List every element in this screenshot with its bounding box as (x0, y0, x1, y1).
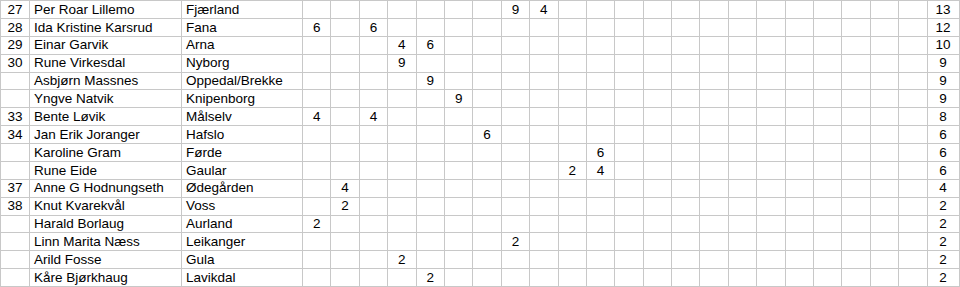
score-cell[interactable] (757, 198, 785, 216)
score-cell[interactable] (899, 233, 927, 251)
rank-cell[interactable] (1, 233, 30, 251)
score-cell[interactable] (417, 1, 445, 19)
score-cell[interactable] (559, 180, 587, 198)
score-cell[interactable] (644, 1, 672, 19)
score-cell[interactable] (417, 162, 445, 180)
score-cell[interactable] (729, 269, 757, 287)
score-cell[interactable] (700, 108, 728, 126)
score-cell[interactable] (644, 126, 672, 144)
score-cell[interactable] (899, 198, 927, 216)
score-cell[interactable] (303, 90, 331, 108)
score-cell[interactable] (303, 55, 331, 73)
total-cell[interactable]: 8 (928, 108, 960, 126)
score-cell[interactable] (445, 198, 473, 216)
score-cell[interactable] (700, 180, 728, 198)
score-cell[interactable]: 4 (530, 1, 558, 19)
score-cell[interactable] (871, 108, 899, 126)
score-cell[interactable] (899, 180, 927, 198)
score-cell[interactable] (360, 37, 388, 55)
score-cell[interactable] (871, 19, 899, 37)
score-cell[interactable] (559, 1, 587, 19)
score-cell[interactable] (502, 216, 530, 234)
score-cell[interactable] (644, 162, 672, 180)
score-cell[interactable] (871, 126, 899, 144)
score-cell[interactable] (729, 180, 757, 198)
score-cell[interactable] (814, 198, 842, 216)
score-cell[interactable]: 2 (559, 162, 587, 180)
name-cell[interactable]: Harald Borlaug (30, 216, 182, 234)
score-cell[interactable] (700, 198, 728, 216)
score-cell[interactable] (388, 180, 416, 198)
score-cell[interactable] (587, 108, 615, 126)
score-cell[interactable] (729, 37, 757, 55)
score-cell[interactable] (303, 198, 331, 216)
score-cell[interactable] (445, 19, 473, 37)
score-cell[interactable] (729, 198, 757, 216)
club-cell[interactable]: Fana (182, 19, 303, 37)
score-cell[interactable] (530, 19, 558, 37)
score-cell[interactable] (303, 251, 331, 269)
club-cell[interactable]: Lavikdal (182, 269, 303, 287)
score-cell[interactable] (615, 55, 643, 73)
score-cell[interactable]: 9 (445, 90, 473, 108)
name-cell[interactable]: Linn Marita Næss (30, 233, 182, 251)
score-cell[interactable] (388, 144, 416, 162)
score-cell[interactable] (672, 216, 700, 234)
club-cell[interactable]: Nyborg (182, 55, 303, 73)
score-cell[interactable] (530, 216, 558, 234)
score-cell[interactable] (473, 144, 501, 162)
score-cell[interactable] (502, 19, 530, 37)
score-cell[interactable] (842, 37, 870, 55)
score-cell[interactable] (360, 144, 388, 162)
score-cell[interactable] (388, 108, 416, 126)
score-cell[interactable] (587, 37, 615, 55)
score-cell[interactable] (615, 198, 643, 216)
score-cell[interactable] (871, 162, 899, 180)
club-cell[interactable]: Målselv (182, 108, 303, 126)
score-cell[interactable] (559, 37, 587, 55)
score-cell[interactable] (899, 73, 927, 91)
score-cell[interactable] (360, 251, 388, 269)
score-cell[interactable] (871, 251, 899, 269)
score-cell[interactable] (417, 198, 445, 216)
score-cell[interactable]: 6 (303, 19, 331, 37)
score-cell[interactable] (871, 73, 899, 91)
score-cell[interactable]: 4 (587, 162, 615, 180)
score-cell[interactable] (303, 269, 331, 287)
score-cell[interactable]: 2 (303, 216, 331, 234)
score-cell[interactable] (360, 233, 388, 251)
rank-cell[interactable] (1, 162, 30, 180)
score-cell[interactable] (445, 108, 473, 126)
score-cell[interactable] (899, 19, 927, 37)
score-cell[interactable] (388, 216, 416, 234)
score-cell[interactable] (700, 126, 728, 144)
score-cell[interactable] (700, 1, 728, 19)
score-cell[interactable] (559, 108, 587, 126)
score-cell[interactable] (814, 144, 842, 162)
score-cell[interactable] (360, 162, 388, 180)
score-cell[interactable] (700, 162, 728, 180)
score-cell[interactable] (331, 162, 359, 180)
score-cell[interactable] (445, 1, 473, 19)
score-cell[interactable] (587, 55, 615, 73)
score-cell[interactable] (587, 233, 615, 251)
score-cell[interactable] (445, 269, 473, 287)
score-cell[interactable] (445, 251, 473, 269)
score-cell[interactable] (700, 37, 728, 55)
club-cell[interactable]: Ødegården (182, 180, 303, 198)
score-cell[interactable] (757, 37, 785, 55)
total-cell[interactable]: 2 (928, 216, 960, 234)
score-cell[interactable] (473, 180, 501, 198)
score-cell[interactable] (842, 1, 870, 19)
score-cell[interactable] (786, 19, 814, 37)
score-cell[interactable]: 6 (587, 144, 615, 162)
score-cell[interactable] (672, 90, 700, 108)
score-cell[interactable] (360, 269, 388, 287)
score-cell[interactable] (445, 216, 473, 234)
score-cell[interactable] (871, 233, 899, 251)
score-cell[interactable] (360, 73, 388, 91)
score-cell[interactable] (473, 198, 501, 216)
rank-cell[interactable] (1, 216, 30, 234)
score-cell[interactable] (445, 180, 473, 198)
name-cell[interactable]: Arild Fosse (30, 251, 182, 269)
score-cell[interactable] (786, 269, 814, 287)
score-cell[interactable] (786, 37, 814, 55)
score-cell[interactable] (786, 180, 814, 198)
rank-cell[interactable]: 37 (1, 180, 30, 198)
score-cell[interactable] (388, 19, 416, 37)
score-cell[interactable]: 6 (473, 126, 501, 144)
score-cell[interactable] (899, 1, 927, 19)
score-cell[interactable] (729, 19, 757, 37)
score-cell[interactable] (672, 73, 700, 91)
score-cell[interactable] (814, 90, 842, 108)
rank-cell[interactable] (1, 73, 30, 91)
score-cell[interactable] (587, 269, 615, 287)
score-cell[interactable] (587, 251, 615, 269)
score-cell[interactable] (473, 1, 501, 19)
score-cell[interactable] (473, 73, 501, 91)
name-cell[interactable]: Einar Garvik (30, 37, 182, 55)
score-cell[interactable] (842, 216, 870, 234)
score-cell[interactable] (672, 1, 700, 19)
score-cell[interactable] (757, 73, 785, 91)
score-cell[interactable] (473, 19, 501, 37)
score-cell[interactable]: 2 (331, 198, 359, 216)
score-cell[interactable] (388, 73, 416, 91)
score-cell[interactable] (502, 198, 530, 216)
name-cell[interactable]: Karoline Gram (30, 144, 182, 162)
rank-cell[interactable]: 29 (1, 37, 30, 55)
total-cell[interactable]: 6 (928, 162, 960, 180)
score-cell[interactable] (786, 90, 814, 108)
score-cell[interactable] (757, 1, 785, 19)
score-cell[interactable] (786, 251, 814, 269)
score-cell[interactable] (672, 108, 700, 126)
score-cell[interactable] (842, 269, 870, 287)
score-cell[interactable] (871, 55, 899, 73)
score-cell[interactable] (644, 144, 672, 162)
score-cell[interactable] (899, 216, 927, 234)
score-cell[interactable] (331, 233, 359, 251)
score-cell[interactable] (502, 73, 530, 91)
score-cell[interactable] (615, 37, 643, 55)
score-cell[interactable] (473, 269, 501, 287)
score-cell[interactable] (417, 108, 445, 126)
score-cell[interactable] (615, 180, 643, 198)
score-cell[interactable] (786, 198, 814, 216)
score-cell[interactable]: 4 (331, 180, 359, 198)
score-cell[interactable] (786, 162, 814, 180)
score-cell[interactable] (729, 108, 757, 126)
score-cell[interactable] (445, 144, 473, 162)
score-cell[interactable] (842, 90, 870, 108)
name-cell[interactable]: Per Roar Lillemo (30, 1, 182, 19)
rank-cell[interactable] (1, 251, 30, 269)
score-cell[interactable] (644, 73, 672, 91)
score-cell[interactable] (700, 233, 728, 251)
score-cell[interactable] (417, 144, 445, 162)
score-cell[interactable] (530, 233, 558, 251)
score-cell[interactable] (644, 180, 672, 198)
club-cell[interactable]: Gaular (182, 162, 303, 180)
score-cell[interactable] (814, 19, 842, 37)
rank-cell[interactable] (1, 269, 30, 287)
total-cell[interactable]: 6 (928, 126, 960, 144)
score-cell[interactable] (303, 37, 331, 55)
score-cell[interactable] (842, 19, 870, 37)
score-cell[interactable] (644, 55, 672, 73)
score-cell[interactable] (729, 90, 757, 108)
score-cell[interactable] (530, 90, 558, 108)
score-cell[interactable] (871, 198, 899, 216)
score-cell[interactable] (331, 90, 359, 108)
score-cell[interactable] (473, 162, 501, 180)
score-cell[interactable] (644, 37, 672, 55)
score-cell[interactable]: 9 (388, 55, 416, 73)
score-cell[interactable] (615, 233, 643, 251)
score-cell[interactable] (417, 19, 445, 37)
score-cell[interactable] (814, 73, 842, 91)
score-cell[interactable] (899, 144, 927, 162)
score-cell[interactable] (672, 55, 700, 73)
score-cell[interactable] (615, 73, 643, 91)
score-cell[interactable] (814, 126, 842, 144)
score-cell[interactable] (729, 233, 757, 251)
score-cell[interactable] (644, 216, 672, 234)
score-cell[interactable] (757, 108, 785, 126)
score-cell[interactable] (502, 90, 530, 108)
score-cell[interactable] (871, 216, 899, 234)
score-cell[interactable] (814, 1, 842, 19)
score-cell[interactable] (559, 126, 587, 144)
score-cell[interactable] (786, 144, 814, 162)
score-cell[interactable] (899, 55, 927, 73)
score-cell[interactable] (814, 55, 842, 73)
score-cell[interactable] (360, 90, 388, 108)
score-cell[interactable] (700, 251, 728, 269)
score-cell[interactable] (360, 198, 388, 216)
score-cell[interactable] (757, 216, 785, 234)
score-cell[interactable] (530, 198, 558, 216)
club-cell[interactable]: Fjærland (182, 1, 303, 19)
name-cell[interactable]: Bente Løvik (30, 108, 182, 126)
score-cell[interactable] (360, 55, 388, 73)
score-cell[interactable] (388, 162, 416, 180)
score-cell[interactable] (615, 126, 643, 144)
score-cell[interactable] (672, 251, 700, 269)
name-cell[interactable]: Ida Kristine Karsrud (30, 19, 182, 37)
score-cell[interactable] (417, 251, 445, 269)
score-cell[interactable] (729, 216, 757, 234)
score-cell[interactable] (303, 1, 331, 19)
score-cell[interactable] (871, 144, 899, 162)
score-cell[interactable] (842, 233, 870, 251)
score-cell[interactable] (445, 73, 473, 91)
score-cell[interactable] (899, 251, 927, 269)
score-cell[interactable] (842, 180, 870, 198)
score-cell[interactable] (587, 216, 615, 234)
total-cell[interactable]: 9 (928, 90, 960, 108)
score-cell[interactable] (530, 162, 558, 180)
score-cell[interactable] (559, 90, 587, 108)
score-cell[interactable] (757, 90, 785, 108)
club-cell[interactable]: Førde (182, 144, 303, 162)
score-cell[interactable] (530, 144, 558, 162)
score-cell[interactable] (417, 90, 445, 108)
score-cell[interactable] (729, 144, 757, 162)
score-cell[interactable] (303, 73, 331, 91)
club-cell[interactable]: Aurland (182, 216, 303, 234)
score-cell[interactable] (842, 144, 870, 162)
score-cell[interactable] (388, 198, 416, 216)
score-cell[interactable]: 2 (502, 233, 530, 251)
score-cell[interactable] (814, 180, 842, 198)
score-cell[interactable] (814, 162, 842, 180)
name-cell[interactable]: Jan Erik Joranger (30, 126, 182, 144)
rank-cell[interactable] (1, 90, 30, 108)
score-cell[interactable] (871, 90, 899, 108)
score-cell[interactable] (445, 233, 473, 251)
score-cell[interactable] (757, 251, 785, 269)
score-cell[interactable] (559, 55, 587, 73)
score-cell[interactable] (814, 269, 842, 287)
score-cell[interactable] (729, 251, 757, 269)
score-cell[interactable] (757, 144, 785, 162)
club-cell[interactable]: Oppedal/Brekke (182, 73, 303, 91)
score-cell[interactable] (303, 180, 331, 198)
score-cell[interactable] (303, 144, 331, 162)
score-cell[interactable] (672, 37, 700, 55)
score-cell[interactable] (559, 198, 587, 216)
score-cell[interactable] (388, 233, 416, 251)
score-cell[interactable] (786, 216, 814, 234)
score-cell[interactable] (700, 73, 728, 91)
score-cell[interactable] (899, 37, 927, 55)
rank-cell[interactable] (1, 144, 30, 162)
rank-cell[interactable]: 30 (1, 55, 30, 73)
score-cell[interactable] (417, 55, 445, 73)
score-cell[interactable] (786, 126, 814, 144)
score-cell[interactable] (331, 126, 359, 144)
score-cell[interactable] (417, 216, 445, 234)
score-cell[interactable] (587, 180, 615, 198)
club-cell[interactable]: Voss (182, 198, 303, 216)
score-cell[interactable] (530, 55, 558, 73)
score-cell[interactable] (757, 233, 785, 251)
score-cell[interactable] (502, 108, 530, 126)
score-cell[interactable]: 4 (360, 108, 388, 126)
score-cell[interactable] (417, 180, 445, 198)
score-cell[interactable] (644, 19, 672, 37)
score-cell[interactable] (303, 126, 331, 144)
score-cell[interactable] (388, 126, 416, 144)
score-cell[interactable] (786, 73, 814, 91)
score-cell[interactable] (502, 251, 530, 269)
score-cell[interactable] (899, 90, 927, 108)
score-cell[interactable] (559, 251, 587, 269)
score-cell[interactable] (388, 90, 416, 108)
score-cell[interactable] (530, 108, 558, 126)
score-cell[interactable] (644, 108, 672, 126)
score-cell[interactable] (729, 162, 757, 180)
score-cell[interactable] (360, 1, 388, 19)
score-cell[interactable] (331, 1, 359, 19)
rank-cell[interactable]: 34 (1, 126, 30, 144)
score-cell[interactable] (615, 19, 643, 37)
score-cell[interactable] (842, 251, 870, 269)
club-cell[interactable]: Leikanger (182, 233, 303, 251)
score-cell[interactable] (644, 251, 672, 269)
club-cell[interactable]: Knipenborg (182, 90, 303, 108)
score-cell[interactable] (417, 233, 445, 251)
score-cell[interactable] (331, 108, 359, 126)
score-cell[interactable]: 6 (417, 37, 445, 55)
total-cell[interactable]: 2 (928, 269, 960, 287)
score-cell[interactable] (303, 233, 331, 251)
score-cell[interactable] (360, 216, 388, 234)
score-cell[interactable] (871, 37, 899, 55)
score-cell[interactable] (331, 19, 359, 37)
score-cell[interactable] (672, 19, 700, 37)
score-cell[interactable] (842, 55, 870, 73)
score-cell[interactable] (615, 144, 643, 162)
score-cell[interactable] (615, 269, 643, 287)
score-cell[interactable] (615, 1, 643, 19)
score-cell[interactable] (360, 180, 388, 198)
score-cell[interactable] (672, 198, 700, 216)
score-cell[interactable] (303, 162, 331, 180)
score-cell[interactable] (786, 233, 814, 251)
score-cell[interactable] (700, 90, 728, 108)
score-cell[interactable] (530, 269, 558, 287)
score-cell[interactable] (559, 144, 587, 162)
score-cell[interactable] (587, 73, 615, 91)
score-cell[interactable] (360, 126, 388, 144)
club-cell[interactable]: Gula (182, 251, 303, 269)
score-cell[interactable] (331, 37, 359, 55)
score-cell[interactable]: 6 (360, 19, 388, 37)
score-cell[interactable] (899, 126, 927, 144)
total-cell[interactable]: 9 (928, 55, 960, 73)
score-cell[interactable] (473, 251, 501, 269)
score-cell[interactable] (644, 233, 672, 251)
score-cell[interactable] (445, 162, 473, 180)
